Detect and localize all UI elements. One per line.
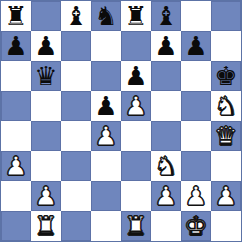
square-h5[interactable]: ♞: [211, 91, 241, 121]
square-c7[interactable]: [61, 31, 91, 61]
square-h2[interactable]: ♟: [211, 181, 241, 211]
square-b2[interactable]: ♟: [31, 181, 61, 211]
square-c3[interactable]: [61, 151, 91, 181]
square-a3[interactable]: ♟: [1, 151, 31, 181]
square-g3[interactable]: [181, 151, 211, 181]
square-g4[interactable]: [181, 121, 211, 151]
square-a7[interactable]: ♟: [1, 31, 31, 61]
square-e8[interactable]: ♜: [121, 1, 151, 31]
square-g6[interactable]: [181, 61, 211, 91]
square-d8[interactable]: ♞: [91, 1, 121, 31]
square-d2[interactable]: [91, 181, 121, 211]
square-h4[interactable]: ♛: [211, 121, 241, 151]
white-rook[interactable]: ♜: [34, 211, 57, 241]
square-f2[interactable]: ♟: [151, 181, 181, 211]
square-c2[interactable]: [61, 181, 91, 211]
white-queen[interactable]: ♛: [214, 121, 237, 151]
square-a5[interactable]: [1, 91, 31, 121]
square-a2[interactable]: [1, 181, 31, 211]
black-pawn[interactable]: ♟: [34, 31, 57, 61]
square-b3[interactable]: [31, 151, 61, 181]
square-c8[interactable]: ♝: [61, 1, 91, 31]
square-c4[interactable]: [61, 121, 91, 151]
square-f7[interactable]: ♟: [151, 31, 181, 61]
square-h6[interactable]: ♚: [211, 61, 241, 91]
square-d6[interactable]: [91, 61, 121, 91]
black-bishop[interactable]: ♝: [154, 1, 177, 31]
white-pawn[interactable]: ♟: [154, 181, 177, 211]
white-rook[interactable]: ♜: [124, 211, 147, 241]
square-g8[interactable]: [181, 1, 211, 31]
square-f3[interactable]: ♞: [151, 151, 181, 181]
square-a4[interactable]: [1, 121, 31, 151]
square-a8[interactable]: ♜: [1, 1, 31, 31]
square-c5[interactable]: [61, 91, 91, 121]
square-g2[interactable]: ♟: [181, 181, 211, 211]
square-e2[interactable]: [121, 181, 151, 211]
square-h7[interactable]: [211, 31, 241, 61]
white-pawn[interactable]: ♟: [34, 181, 57, 211]
black-pawn[interactable]: ♟: [94, 91, 117, 121]
white-pawn[interactable]: ♟: [214, 181, 237, 211]
square-e3[interactable]: [121, 151, 151, 181]
black-pawn[interactable]: ♟: [4, 31, 27, 61]
square-e1[interactable]: ♜: [121, 211, 151, 241]
white-pawn[interactable]: ♟: [124, 91, 147, 121]
square-b6[interactable]: ♛: [31, 61, 61, 91]
square-b4[interactable]: [31, 121, 61, 151]
square-d7[interactable]: [91, 31, 121, 61]
square-a1[interactable]: [1, 211, 31, 241]
black-rook[interactable]: ♜: [124, 1, 147, 31]
square-h3[interactable]: [211, 151, 241, 181]
square-g5[interactable]: [181, 91, 211, 121]
black-pawn[interactable]: ♟: [154, 31, 177, 61]
square-f8[interactable]: ♝: [151, 1, 181, 31]
square-f5[interactable]: [151, 91, 181, 121]
white-pawn[interactable]: ♟: [94, 121, 117, 151]
square-d5[interactable]: ♟: [91, 91, 121, 121]
square-f4[interactable]: [151, 121, 181, 151]
square-f6[interactable]: [151, 61, 181, 91]
white-knight[interactable]: ♞: [154, 151, 177, 181]
white-knight[interactable]: ♞: [214, 91, 237, 121]
square-h1[interactable]: [211, 211, 241, 241]
square-c1[interactable]: [61, 211, 91, 241]
square-e5[interactable]: ♟: [121, 91, 151, 121]
square-g7[interactable]: ♟: [181, 31, 211, 61]
black-king[interactable]: ♚: [214, 61, 237, 91]
white-king[interactable]: ♚: [184, 211, 207, 241]
square-d4[interactable]: ♟: [91, 121, 121, 151]
square-a6[interactable]: [1, 61, 31, 91]
square-b7[interactable]: ♟: [31, 31, 61, 61]
square-e7[interactable]: [121, 31, 151, 61]
black-rook[interactable]: ♜: [4, 1, 27, 31]
square-c6[interactable]: [61, 61, 91, 91]
black-pawn[interactable]: ♟: [124, 61, 147, 91]
black-queen[interactable]: ♛: [34, 61, 57, 91]
white-pawn[interactable]: ♟: [184, 181, 207, 211]
square-f1[interactable]: [151, 211, 181, 241]
square-g1[interactable]: ♚: [181, 211, 211, 241]
square-d1[interactable]: [91, 211, 121, 241]
square-d3[interactable]: [91, 151, 121, 181]
black-knight[interactable]: ♞: [94, 1, 117, 31]
square-b1[interactable]: ♜: [31, 211, 61, 241]
white-pawn[interactable]: ♟: [4, 151, 27, 181]
square-b8[interactable]: [31, 1, 61, 31]
square-e4[interactable]: [121, 121, 151, 151]
black-bishop[interactable]: ♝: [64, 1, 87, 31]
square-e6[interactable]: ♟: [121, 61, 151, 91]
black-pawn[interactable]: ♟: [184, 31, 207, 61]
chess-board: ♜♝♞♜♝♟♟♟♟♛♟♚♟♟♞♟♛♟♞♟♟♟♟♜♜♚: [0, 0, 242, 242]
square-b5[interactable]: [31, 91, 61, 121]
square-h8[interactable]: [211, 1, 241, 31]
